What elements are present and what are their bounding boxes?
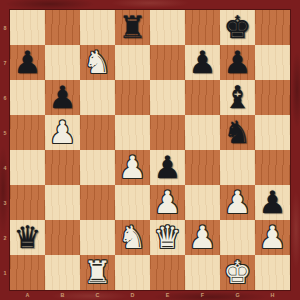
chess-board: ♜♚♟♞♟♟♟♝♟♞♟♟♟♟♟♛♞♛♟♟♜♚ — [10, 10, 290, 290]
square-f3[interactable] — [185, 185, 220, 220]
piece-black-pawn[interactable]: ♟ — [49, 82, 77, 113]
file-label-c: C — [87, 292, 108, 298]
file-label-a: A — [17, 292, 38, 298]
square-e6[interactable] — [150, 80, 185, 115]
square-g2[interactable] — [220, 220, 255, 255]
square-e3[interactable]: ♟ — [150, 185, 185, 220]
piece-white-pawn[interactable]: ♟ — [189, 222, 217, 253]
square-e4[interactable]: ♟ — [150, 150, 185, 185]
square-a7[interactable]: ♟ — [10, 45, 45, 80]
square-h6[interactable] — [255, 80, 290, 115]
file-label-g: G — [227, 292, 248, 298]
square-h1[interactable] — [255, 255, 290, 290]
square-g5[interactable]: ♞ — [220, 115, 255, 150]
square-g4[interactable] — [220, 150, 255, 185]
square-e1[interactable] — [150, 255, 185, 290]
rank-label-8: 8 — [2, 17, 8, 38]
rank-label-5: 5 — [2, 122, 8, 143]
square-e7[interactable] — [150, 45, 185, 80]
piece-black-pawn[interactable]: ♟ — [154, 152, 182, 183]
square-a4[interactable] — [10, 150, 45, 185]
piece-white-knight[interactable]: ♞ — [84, 47, 112, 78]
square-f2[interactable]: ♟ — [185, 220, 220, 255]
square-b2[interactable] — [45, 220, 80, 255]
piece-black-pawn[interactable]: ♟ — [224, 47, 252, 78]
square-f7[interactable]: ♟ — [185, 45, 220, 80]
square-g6[interactable]: ♝ — [220, 80, 255, 115]
file-label-f: F — [192, 292, 213, 298]
square-b4[interactable] — [45, 150, 80, 185]
square-c2[interactable] — [80, 220, 115, 255]
square-h4[interactable] — [255, 150, 290, 185]
square-a8[interactable] — [10, 10, 45, 45]
square-d2[interactable]: ♞ — [115, 220, 150, 255]
rank-label-4: 4 — [2, 157, 8, 178]
square-g8[interactable]: ♚ — [220, 10, 255, 45]
file-label-e: E — [157, 292, 178, 298]
square-g7[interactable]: ♟ — [220, 45, 255, 80]
square-e8[interactable] — [150, 10, 185, 45]
piece-white-rook[interactable]: ♜ — [84, 257, 112, 288]
rank-label-2: 2 — [2, 227, 8, 248]
square-h8[interactable] — [255, 10, 290, 45]
square-b8[interactable] — [45, 10, 80, 45]
square-f6[interactable] — [185, 80, 220, 115]
square-e2[interactable]: ♛ — [150, 220, 185, 255]
square-a6[interactable] — [10, 80, 45, 115]
square-b5[interactable]: ♟ — [45, 115, 80, 150]
square-c5[interactable] — [80, 115, 115, 150]
piece-white-pawn[interactable]: ♟ — [259, 222, 287, 253]
piece-white-king[interactable]: ♚ — [224, 257, 252, 288]
file-label-h: H — [262, 292, 283, 298]
piece-white-pawn[interactable]: ♟ — [224, 187, 252, 218]
square-f4[interactable] — [185, 150, 220, 185]
piece-black-queen[interactable]: ♛ — [14, 222, 42, 253]
piece-black-king[interactable]: ♚ — [224, 12, 252, 43]
square-a3[interactable] — [10, 185, 45, 220]
square-c6[interactable] — [80, 80, 115, 115]
piece-black-pawn[interactable]: ♟ — [259, 187, 287, 218]
square-a1[interactable] — [10, 255, 45, 290]
piece-white-pawn[interactable]: ♟ — [154, 187, 182, 218]
square-e5[interactable] — [150, 115, 185, 150]
rank-label-1: 1 — [2, 262, 8, 283]
square-d3[interactable] — [115, 185, 150, 220]
piece-black-bishop[interactable]: ♝ — [224, 82, 252, 113]
square-g1[interactable]: ♚ — [220, 255, 255, 290]
square-a5[interactable] — [10, 115, 45, 150]
square-c4[interactable] — [80, 150, 115, 185]
rank-label-7: 7 — [2, 52, 8, 73]
square-d8[interactable]: ♜ — [115, 10, 150, 45]
rank-label-6: 6 — [2, 87, 8, 108]
square-f5[interactable] — [185, 115, 220, 150]
square-h7[interactable] — [255, 45, 290, 80]
file-label-b: B — [52, 292, 73, 298]
square-b7[interactable] — [45, 45, 80, 80]
chess-board-frame: ♜♚♟♞♟♟♟♝♟♞♟♟♟♟♟♛♞♛♟♟♜♚ 87654321 ABCDEFGH — [0, 0, 300, 300]
square-d5[interactable] — [115, 115, 150, 150]
piece-black-pawn[interactable]: ♟ — [14, 47, 42, 78]
rank-label-3: 3 — [2, 192, 8, 213]
square-h5[interactable] — [255, 115, 290, 150]
square-b1[interactable] — [45, 255, 80, 290]
piece-black-pawn[interactable]: ♟ — [189, 47, 217, 78]
square-d4[interactable]: ♟ — [115, 150, 150, 185]
square-f8[interactable] — [185, 10, 220, 45]
piece-white-pawn[interactable]: ♟ — [119, 152, 147, 183]
square-c8[interactable] — [80, 10, 115, 45]
square-g3[interactable]: ♟ — [220, 185, 255, 220]
square-d7[interactable] — [115, 45, 150, 80]
square-a2[interactable]: ♛ — [10, 220, 45, 255]
square-c3[interactable] — [80, 185, 115, 220]
square-b3[interactable] — [45, 185, 80, 220]
square-c7[interactable]: ♞ — [80, 45, 115, 80]
square-b6[interactable]: ♟ — [45, 80, 80, 115]
square-d1[interactable] — [115, 255, 150, 290]
file-label-d: D — [122, 292, 143, 298]
piece-white-queen[interactable]: ♛ — [154, 222, 182, 253]
piece-black-rook[interactable]: ♜ — [119, 12, 147, 43]
square-d6[interactable] — [115, 80, 150, 115]
square-f1[interactable] — [185, 255, 220, 290]
square-c1[interactable]: ♜ — [80, 255, 115, 290]
piece-black-knight[interactable]: ♞ — [224, 117, 252, 148]
piece-white-pawn[interactable]: ♟ — [49, 117, 77, 148]
square-h3[interactable]: ♟ — [255, 185, 290, 220]
square-h2[interactable]: ♟ — [255, 220, 290, 255]
piece-white-knight[interactable]: ♞ — [119, 222, 147, 253]
